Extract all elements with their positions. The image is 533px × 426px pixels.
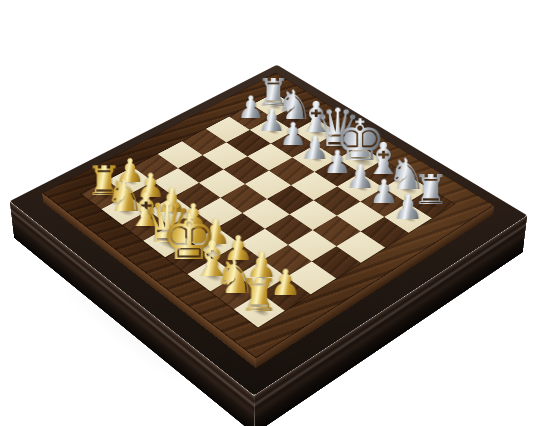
piece-white-rook-h1: ♜ [215, 224, 302, 310]
piece-black-pawn-h7: ♟ [367, 138, 448, 218]
scene-3d: ♜♞♝♛♚♝♞♜♟♟♟♟♟♟♟♟♟♟♟♟♟♟♟♟♜♞♝♛♚♝♞♜ [0, 0, 533, 426]
chess-board-3d: ♜♞♝♛♚♝♞♜♟♟♟♟♟♟♟♟♟♟♟♟♟♟♟♟♜♞♝♛♚♝♞♜ [42, 73, 494, 359]
chess-set-product-photo: ♜♞♝♛♚♝♞♜♟♟♟♟♟♟♟♟♟♟♟♟♟♟♟♟♜♞♝♛♚♝♞♜ [0, 0, 533, 426]
